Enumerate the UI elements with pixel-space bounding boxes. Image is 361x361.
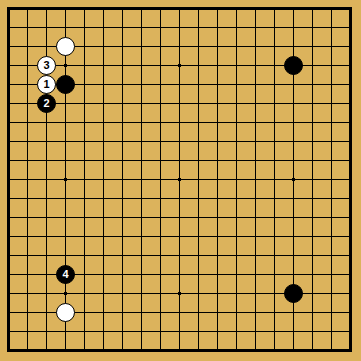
stone-black-c14: 2 bbox=[37, 94, 56, 113]
stone-white-c15: 1 bbox=[37, 75, 56, 94]
stone-black-d15 bbox=[56, 75, 75, 94]
stone-white-d3 bbox=[56, 303, 75, 322]
go-board: 3124 bbox=[0, 0, 361, 361]
stone-black-q16 bbox=[284, 56, 303, 75]
stone-white-c16: 3 bbox=[37, 56, 56, 75]
stone-black-q4 bbox=[284, 284, 303, 303]
stone-black-d5: 4 bbox=[56, 265, 75, 284]
board-grid: 3124 bbox=[0, 0, 360, 360]
stone-white-d17 bbox=[56, 37, 75, 56]
